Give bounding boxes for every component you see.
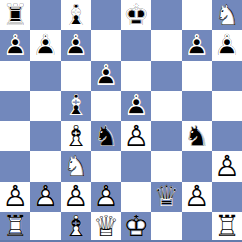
piece-line-glyph: ♙ bbox=[61, 30, 91, 60]
square-d3[interactable] bbox=[91, 151, 121, 181]
piece-line-glyph: ♙ bbox=[121, 121, 151, 151]
piece-white-knight: ♞♘ bbox=[61, 151, 91, 181]
square-g8[interactable] bbox=[182, 0, 212, 30]
piece-line-glyph: ♖ bbox=[212, 212, 242, 242]
piece-line-glyph: ♙ bbox=[61, 182, 91, 212]
piece-fill-glyph: ♚ bbox=[121, 0, 151, 30]
piece-line-glyph: ♙ bbox=[182, 182, 212, 212]
piece-line-glyph: ♗ bbox=[61, 0, 91, 30]
piece-white-pawn: ♟♙ bbox=[212, 151, 242, 181]
square-g6[interactable] bbox=[182, 61, 212, 91]
square-h5[interactable] bbox=[212, 91, 242, 121]
piece-line-glyph: ♙ bbox=[0, 30, 30, 60]
piece-black-knight: ♞♘ bbox=[182, 121, 212, 151]
piece-line-glyph: ♙ bbox=[0, 182, 30, 212]
square-b6[interactable] bbox=[30, 61, 60, 91]
piece-black-bishop: ♝♗ bbox=[61, 91, 91, 121]
square-h3[interactable]: ♟♙ bbox=[212, 151, 242, 181]
piece-fill-glyph: ♟ bbox=[61, 30, 91, 60]
piece-fill-glyph: ♞ bbox=[182, 121, 212, 151]
square-e2[interactable] bbox=[121, 182, 151, 212]
square-b8[interactable] bbox=[30, 0, 60, 30]
piece-fill-glyph: ♟ bbox=[121, 91, 151, 121]
piece-line-glyph: ♖ bbox=[0, 0, 30, 30]
square-f3[interactable] bbox=[151, 151, 181, 181]
piece-fill-glyph: ♝ bbox=[61, 91, 91, 121]
piece-black-pawn: ♟♙ bbox=[212, 30, 242, 60]
square-g7[interactable]: ♟♙ bbox=[182, 30, 212, 60]
piece-black-queen: ♛♕ bbox=[151, 182, 181, 212]
square-a6[interactable] bbox=[0, 61, 30, 91]
piece-fill-glyph: ♟ bbox=[91, 61, 121, 91]
piece-black-king: ♚♔ bbox=[121, 0, 151, 30]
piece-black-pawn: ♟♙ bbox=[91, 61, 121, 91]
square-d7[interactable] bbox=[91, 30, 121, 60]
piece-black-rook: ♜♖ bbox=[0, 0, 30, 30]
square-h6[interactable] bbox=[212, 61, 242, 91]
square-b7[interactable]: ♟♙ bbox=[30, 30, 60, 60]
piece-white-pawn: ♟♙ bbox=[121, 121, 151, 151]
piece-black-pawn: ♟♙ bbox=[0, 30, 30, 60]
piece-line-glyph: ♙ bbox=[91, 61, 121, 91]
piece-fill-glyph: ♞ bbox=[212, 0, 242, 30]
piece-white-pawn: ♟♙ bbox=[61, 182, 91, 212]
piece-line-glyph: ♙ bbox=[30, 30, 60, 60]
square-h4[interactable] bbox=[212, 121, 242, 151]
square-d1[interactable]: ♛♕ bbox=[91, 212, 121, 242]
square-g2[interactable]: ♟♙ bbox=[182, 182, 212, 212]
piece-fill-glyph: ♟ bbox=[61, 182, 91, 212]
piece-fill-glyph: ♞ bbox=[91, 121, 121, 151]
piece-white-rook: ♜♖ bbox=[212, 212, 242, 242]
piece-black-pawn: ♟♙ bbox=[61, 30, 91, 60]
piece-black-pawn: ♟♙ bbox=[30, 30, 60, 60]
square-c1[interactable]: ♝♗ bbox=[61, 212, 91, 242]
piece-white-king: ♚♔ bbox=[121, 212, 151, 242]
piece-line-glyph: ♗ bbox=[61, 212, 91, 242]
square-c7[interactable]: ♟♙ bbox=[61, 30, 91, 60]
piece-line-glyph: ♙ bbox=[121, 91, 151, 121]
piece-line-glyph: ♙ bbox=[212, 151, 242, 181]
square-d2[interactable]: ♟♙ bbox=[91, 182, 121, 212]
piece-white-queen: ♛♕ bbox=[91, 212, 121, 242]
square-f5[interactable] bbox=[151, 91, 181, 121]
piece-line-glyph: ♘ bbox=[182, 121, 212, 151]
piece-white-pawn: ♟♙ bbox=[182, 182, 212, 212]
piece-black-knight: ♞♘ bbox=[91, 121, 121, 151]
square-e4[interactable]: ♟♙ bbox=[121, 121, 151, 151]
square-b3[interactable] bbox=[30, 151, 60, 181]
square-c5[interactable]: ♝♗ bbox=[61, 91, 91, 121]
piece-fill-glyph: ♟ bbox=[30, 30, 60, 60]
piece-fill-glyph: ♟ bbox=[182, 30, 212, 60]
piece-line-glyph: ♕ bbox=[91, 212, 121, 242]
square-a2[interactable]: ♟♙ bbox=[0, 182, 30, 212]
piece-fill-glyph: ♛ bbox=[91, 212, 121, 242]
piece-fill-glyph: ♟ bbox=[121, 121, 151, 151]
piece-line-glyph: ♙ bbox=[212, 30, 242, 60]
piece-fill-glyph: ♝ bbox=[61, 121, 91, 151]
piece-white-bishop: ♝♗ bbox=[61, 212, 91, 242]
piece-line-glyph: ♔ bbox=[121, 0, 151, 30]
square-a3[interactable] bbox=[0, 151, 30, 181]
square-e1[interactable]: ♚♔ bbox=[121, 212, 151, 242]
piece-white-pawn: ♟♙ bbox=[30, 182, 60, 212]
piece-line-glyph: ♙ bbox=[182, 30, 212, 60]
square-f8[interactable] bbox=[151, 0, 181, 30]
piece-black-pawn: ♟♙ bbox=[121, 91, 151, 121]
piece-line-glyph: ♙ bbox=[30, 182, 60, 212]
piece-white-bishop: ♝♗ bbox=[61, 121, 91, 151]
piece-white-pawn: ♟♙ bbox=[0, 182, 30, 212]
piece-fill-glyph: ♛ bbox=[151, 182, 181, 212]
square-g4[interactable]: ♞♘ bbox=[182, 121, 212, 151]
square-h2[interactable] bbox=[212, 182, 242, 212]
piece-line-glyph: ♕ bbox=[151, 182, 181, 212]
square-e8[interactable]: ♚♔ bbox=[121, 0, 151, 30]
square-a5[interactable] bbox=[0, 91, 30, 121]
square-d6[interactable]: ♟♙ bbox=[91, 61, 121, 91]
piece-line-glyph: ♘ bbox=[61, 151, 91, 181]
piece-fill-glyph: ♟ bbox=[0, 30, 30, 60]
square-a8[interactable]: ♜♖ bbox=[0, 0, 30, 30]
square-e6[interactable] bbox=[121, 61, 151, 91]
square-c2[interactable]: ♟♙ bbox=[61, 182, 91, 212]
piece-fill-glyph: ♚ bbox=[121, 212, 151, 242]
piece-fill-glyph: ♜ bbox=[0, 212, 30, 242]
square-h8[interactable]: ♞♘ bbox=[212, 0, 242, 30]
piece-line-glyph: ♗ bbox=[61, 121, 91, 151]
square-g1[interactable] bbox=[182, 212, 212, 242]
square-h7[interactable]: ♟♙ bbox=[212, 30, 242, 60]
chess-board: ♜♖♝♗♚♔♞♘♟♙♟♙♟♙♟♙♟♙♟♙♝♗♟♙♝♗♞♘♟♙♞♘♞♘♟♙♟♙♟♙… bbox=[0, 0, 242, 242]
square-e5[interactable]: ♟♙ bbox=[121, 91, 151, 121]
piece-black-pawn: ♟♙ bbox=[182, 30, 212, 60]
square-b1[interactable] bbox=[30, 212, 60, 242]
piece-line-glyph: ♘ bbox=[91, 121, 121, 151]
piece-line-glyph: ♘ bbox=[212, 0, 242, 30]
square-f1[interactable] bbox=[151, 212, 181, 242]
square-a1[interactable]: ♜♖ bbox=[0, 212, 30, 242]
piece-fill-glyph: ♜ bbox=[0, 0, 30, 30]
piece-fill-glyph: ♟ bbox=[0, 182, 30, 212]
square-b4[interactable] bbox=[30, 121, 60, 151]
square-g3[interactable] bbox=[182, 151, 212, 181]
piece-line-glyph: ♔ bbox=[121, 212, 151, 242]
piece-black-bishop: ♝♗ bbox=[61, 0, 91, 30]
square-d5[interactable] bbox=[91, 91, 121, 121]
square-f4[interactable] bbox=[151, 121, 181, 151]
square-f2[interactable]: ♛♕ bbox=[151, 182, 181, 212]
piece-fill-glyph: ♞ bbox=[61, 151, 91, 181]
square-g5[interactable] bbox=[182, 91, 212, 121]
piece-fill-glyph: ♟ bbox=[212, 151, 242, 181]
square-e7[interactable] bbox=[121, 30, 151, 60]
piece-line-glyph: ♗ bbox=[61, 91, 91, 121]
square-c4[interactable]: ♝♗ bbox=[61, 121, 91, 151]
piece-white-pawn: ♟♙ bbox=[91, 182, 121, 212]
square-a4[interactable] bbox=[0, 121, 30, 151]
piece-fill-glyph: ♜ bbox=[212, 212, 242, 242]
piece-fill-glyph: ♟ bbox=[212, 30, 242, 60]
square-d4[interactable]: ♞♘ bbox=[91, 121, 121, 151]
piece-fill-glyph: ♟ bbox=[91, 182, 121, 212]
piece-line-glyph: ♙ bbox=[91, 182, 121, 212]
piece-fill-glyph: ♝ bbox=[61, 212, 91, 242]
square-f7[interactable] bbox=[151, 30, 181, 60]
square-c6[interactable] bbox=[61, 61, 91, 91]
piece-fill-glyph: ♟ bbox=[182, 182, 212, 212]
piece-white-rook: ♜♖ bbox=[0, 212, 30, 242]
square-h1[interactable]: ♜♖ bbox=[212, 212, 242, 242]
square-c8[interactable]: ♝♗ bbox=[61, 0, 91, 30]
piece-white-knight: ♞♘ bbox=[212, 0, 242, 30]
piece-fill-glyph: ♟ bbox=[30, 182, 60, 212]
square-e3[interactable] bbox=[121, 151, 151, 181]
square-d8[interactable] bbox=[91, 0, 121, 30]
square-b2[interactable]: ♟♙ bbox=[30, 182, 60, 212]
square-f6[interactable] bbox=[151, 61, 181, 91]
piece-fill-glyph: ♝ bbox=[61, 0, 91, 30]
piece-line-glyph: ♖ bbox=[0, 212, 30, 242]
square-a7[interactable]: ♟♙ bbox=[0, 30, 30, 60]
square-b5[interactable] bbox=[30, 91, 60, 121]
square-c3[interactable]: ♞♘ bbox=[61, 151, 91, 181]
